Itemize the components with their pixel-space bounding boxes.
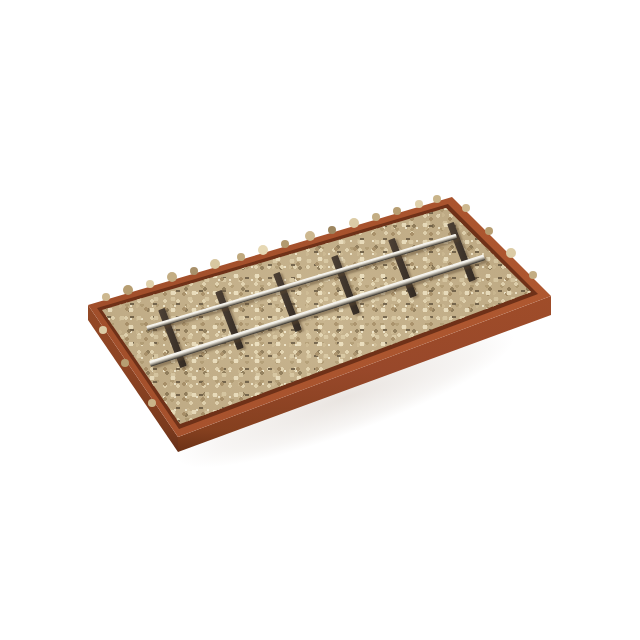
track (0, 0, 640, 640)
rail-layer (0, 0, 640, 640)
product-photo (0, 0, 640, 640)
